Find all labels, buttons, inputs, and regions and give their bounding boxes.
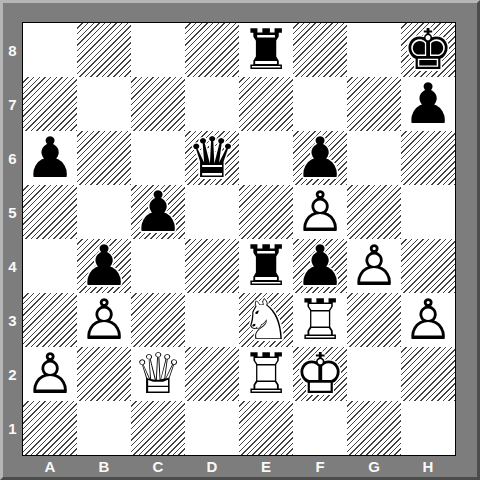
black-pawn-icon: ♟	[401, 77, 455, 131]
square-b7[interactable]	[77, 77, 131, 131]
file-label-c: C	[131, 456, 185, 477]
chess-board: ♜♜♚♚♟♟♟♟♛♛♟♟♟♟♟♙♟♟♜♜♟♟♟♙♟♙♞♘♜♖♟♙♟♙♛♕♜♖♚♔	[22, 22, 456, 456]
white-pawn-icon: ♙	[293, 185, 347, 239]
piece-white-rook[interactable]: ♜♖	[293, 293, 347, 347]
square-c8[interactable]	[131, 23, 185, 77]
square-d1[interactable]	[185, 401, 239, 455]
file-label-a: A	[23, 456, 77, 477]
square-d6[interactable]: ♛♛	[185, 131, 239, 185]
square-d4[interactable]	[185, 239, 239, 293]
square-g4[interactable]: ♟♙	[347, 239, 401, 293]
square-f4[interactable]: ♟♟	[293, 239, 347, 293]
rank-label-5: 5	[3, 185, 22, 239]
square-d5[interactable]	[185, 185, 239, 239]
square-c1[interactable]	[131, 401, 185, 455]
square-e1[interactable]	[239, 401, 293, 455]
square-h8[interactable]: ♚♚	[401, 23, 455, 77]
file-label-h: H	[401, 456, 455, 477]
white-king-icon: ♔	[293, 347, 347, 401]
white-knight-icon: ♘	[239, 293, 293, 347]
square-b5[interactable]	[77, 185, 131, 239]
square-c7[interactable]	[131, 77, 185, 131]
square-f2[interactable]: ♚♔	[293, 347, 347, 401]
square-h5[interactable]	[401, 185, 455, 239]
piece-white-pawn[interactable]: ♟♙	[347, 239, 401, 293]
black-rook-icon: ♜	[239, 239, 293, 293]
square-d8[interactable]	[185, 23, 239, 77]
piece-black-king[interactable]: ♚♚	[401, 23, 455, 77]
file-label-d: D	[185, 456, 239, 477]
square-c3[interactable]	[131, 293, 185, 347]
square-b8[interactable]	[77, 23, 131, 77]
square-f5[interactable]: ♟♙	[293, 185, 347, 239]
chess-diagram-frame: 87654321 ABCDEFGH ♜♜♚♚♟♟♟♟♛♛♟♟♟♟♟♙♟♟♜♜♟♟…	[0, 0, 480, 480]
square-a4[interactable]	[23, 239, 77, 293]
file-label-b: B	[77, 456, 131, 477]
black-pawn-icon: ♟	[131, 185, 185, 239]
black-king-icon: ♚	[401, 23, 455, 77]
piece-black-pawn[interactable]: ♟♟	[77, 239, 131, 293]
black-queen-icon: ♛	[185, 131, 239, 185]
square-h7[interactable]: ♟♟	[401, 77, 455, 131]
square-f8[interactable]	[293, 23, 347, 77]
piece-black-pawn[interactable]: ♟♟	[131, 185, 185, 239]
piece-black-rook[interactable]: ♜♜	[239, 239, 293, 293]
square-g6[interactable]	[347, 131, 401, 185]
rank-label-3: 3	[3, 293, 22, 347]
square-h6[interactable]	[401, 131, 455, 185]
square-f7[interactable]	[293, 77, 347, 131]
square-e6[interactable]	[239, 131, 293, 185]
board-grid: ♜♜♚♚♟♟♟♟♛♛♟♟♟♟♟♙♟♟♜♜♟♟♟♙♟♙♞♘♜♖♟♙♟♙♛♕♜♖♚♔	[23, 23, 455, 455]
black-pawn-icon: ♟	[293, 239, 347, 293]
square-e2[interactable]: ♜♖	[239, 347, 293, 401]
piece-white-knight[interactable]: ♞♘	[239, 293, 293, 347]
square-e3[interactable]: ♞♘	[239, 293, 293, 347]
square-f3[interactable]: ♜♖	[293, 293, 347, 347]
square-h1[interactable]	[401, 401, 455, 455]
piece-black-queen[interactable]: ♛♛	[185, 131, 239, 185]
piece-white-pawn[interactable]: ♟♙	[77, 293, 131, 347]
black-pawn-icon: ♟	[293, 131, 347, 185]
rank-label-4: 4	[3, 239, 22, 293]
white-pawn-icon: ♙	[401, 293, 455, 347]
square-g2[interactable]	[347, 347, 401, 401]
white-pawn-icon: ♙	[347, 239, 401, 293]
square-d7[interactable]	[185, 77, 239, 131]
square-e7[interactable]	[239, 77, 293, 131]
rank-label-8: 8	[3, 23, 22, 77]
square-f6[interactable]: ♟♟	[293, 131, 347, 185]
rank-labels: 87654321	[3, 23, 22, 455]
square-c2[interactable]: ♛♕	[131, 347, 185, 401]
square-g3[interactable]	[347, 293, 401, 347]
white-rook-icon: ♖	[239, 347, 293, 401]
black-pawn-icon: ♟	[77, 239, 131, 293]
white-pawn-icon: ♙	[77, 293, 131, 347]
square-h4[interactable]	[401, 239, 455, 293]
square-d3[interactable]	[185, 293, 239, 347]
rank-label-6: 6	[3, 131, 22, 185]
square-g5[interactable]	[347, 185, 401, 239]
piece-black-pawn[interactable]: ♟♟	[293, 239, 347, 293]
square-h3[interactable]: ♟♙	[401, 293, 455, 347]
square-b4[interactable]: ♟♟	[77, 239, 131, 293]
file-label-g: G	[347, 456, 401, 477]
piece-black-pawn[interactable]: ♟♟	[293, 131, 347, 185]
black-pawn-icon: ♟	[23, 131, 77, 185]
piece-black-pawn[interactable]: ♟♟	[401, 77, 455, 131]
square-f1[interactable]	[293, 401, 347, 455]
piece-black-pawn[interactable]: ♟♟	[23, 131, 77, 185]
square-a6[interactable]: ♟♟	[23, 131, 77, 185]
piece-black-rook[interactable]: ♜♜	[239, 23, 293, 77]
piece-white-rook[interactable]: ♜♖	[239, 347, 293, 401]
white-rook-icon: ♖	[293, 293, 347, 347]
square-a1[interactable]	[23, 401, 77, 455]
square-c4[interactable]	[131, 239, 185, 293]
square-e8[interactable]: ♜♜	[239, 23, 293, 77]
square-h2[interactable]	[401, 347, 455, 401]
piece-white-queen[interactable]: ♛♕	[131, 347, 185, 401]
file-label-e: E	[239, 456, 293, 477]
square-e4[interactable]: ♜♜	[239, 239, 293, 293]
square-b3[interactable]: ♟♙	[77, 293, 131, 347]
square-g7[interactable]	[347, 77, 401, 131]
square-b2[interactable]	[77, 347, 131, 401]
square-a8[interactable]	[23, 23, 77, 77]
square-g1[interactable]	[347, 401, 401, 455]
square-b6[interactable]	[77, 131, 131, 185]
square-a5[interactable]	[23, 185, 77, 239]
square-a2[interactable]: ♟♙	[23, 347, 77, 401]
square-c6[interactable]	[131, 131, 185, 185]
white-pawn-icon: ♙	[23, 347, 77, 401]
rank-label-2: 2	[3, 347, 22, 401]
square-g8[interactable]	[347, 23, 401, 77]
piece-white-king[interactable]: ♚♔	[293, 347, 347, 401]
black-rook-icon: ♜	[239, 23, 293, 77]
rank-label-1: 1	[3, 401, 22, 455]
square-d2[interactable]	[185, 347, 239, 401]
square-a3[interactable]	[23, 293, 77, 347]
file-label-f: F	[293, 456, 347, 477]
square-e5[interactable]	[239, 185, 293, 239]
rank-label-7: 7	[3, 77, 22, 131]
piece-white-pawn[interactable]: ♟♙	[401, 293, 455, 347]
piece-white-pawn[interactable]: ♟♙	[293, 185, 347, 239]
square-c5[interactable]: ♟♟	[131, 185, 185, 239]
file-labels: ABCDEFGH	[23, 456, 455, 477]
white-queen-icon: ♕	[131, 347, 185, 401]
piece-white-pawn[interactable]: ♟♙	[23, 347, 77, 401]
square-b1[interactable]	[77, 401, 131, 455]
square-a7[interactable]	[23, 77, 77, 131]
